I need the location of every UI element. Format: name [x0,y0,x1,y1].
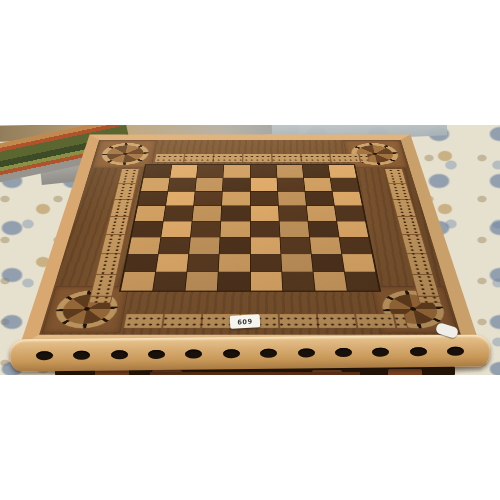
lot-number-sticker: 609 [230,314,261,329]
board-square-b6 [166,192,195,206]
edge-dot [223,349,240,358]
edge-dot [447,346,464,355]
board-square-c7 [196,178,223,191]
board-square-b3 [159,237,190,253]
board-square-b8 [170,165,197,178]
board-square-a3 [128,237,160,253]
edge-dot [148,349,165,358]
cribbage-track-right [384,169,441,303]
edge-dot [36,351,53,360]
medallion-wedges [386,295,441,325]
board-square-g2 [312,254,344,271]
board-square-e2 [250,254,281,271]
games-table-top [20,135,480,345]
cribbage-track-left [88,169,139,303]
medallion-wedges [105,145,146,162]
board-square-c8 [197,165,224,178]
board-square-c2 [188,254,219,271]
board-square-h3 [339,237,371,253]
board-square-e3 [250,237,280,253]
board-square-h6 [333,192,362,206]
board-square-a4 [132,221,163,237]
edge-dot [73,350,90,359]
board-square-f8 [276,165,303,178]
fan-medallion-icon [51,291,121,329]
board-square-g4 [308,221,338,237]
auction-photo: 609 [0,125,500,375]
board-square-b2 [156,254,188,271]
medallion-wedges [355,145,396,162]
board-square-f2 [281,254,312,271]
board-square-h4 [337,221,368,237]
board-square-d3 [220,237,250,253]
board-square-e7 [250,178,277,191]
board-square-g5 [307,206,337,221]
medallion-block-bottom-left [42,286,130,333]
board-square-e1 [250,272,281,290]
fan-medallion-icon [99,143,151,165]
board-square-e8 [250,165,276,178]
table-leg [388,369,422,375]
board-square-a7 [141,178,170,191]
edge-dot [297,348,314,357]
board-square-d5 [222,206,250,221]
fan-medallion-icon [349,143,401,165]
board-square-c6 [194,192,222,206]
board-square-f5 [279,206,308,221]
edge-dot [111,350,128,359]
board-square-h8 [328,165,356,178]
board-square-h5 [335,206,365,221]
board-square-d8 [224,165,250,178]
board-square-d6 [222,192,249,206]
board-square-c3 [189,237,219,253]
board-square-a6 [138,192,167,206]
screenshot-canvas: 609 [0,0,500,500]
edge-dot [410,347,427,356]
board-square-f1 [282,272,314,290]
board-square-g1 [313,272,346,290]
board-square-c1 [186,272,218,290]
checkerboard [119,164,381,291]
board-square-h7 [330,178,359,191]
board-square-f7 [277,178,304,191]
medallion-wedges [59,295,114,325]
table-stretcher [150,372,360,375]
medallion-block-top-right [343,140,408,168]
board-square-g6 [305,192,334,206]
board-square-g8 [302,165,329,178]
board-square-c4 [191,221,221,237]
edge-dot [335,347,352,356]
board-square-d1 [218,272,249,290]
edge-dots [10,334,490,371]
cribbage-track-bottom [123,314,408,329]
board-square-g3 [310,237,341,253]
board-square-e5 [250,206,278,221]
table-front-edge [10,334,490,371]
board-square-h2 [342,254,375,271]
edge-dot [260,348,277,357]
board-square-c5 [193,206,222,221]
medallion-block-top-left [92,140,157,168]
edge-dot [185,349,202,358]
board-square-f6 [278,192,306,206]
board-square-b4 [161,221,191,237]
board-square-a5 [135,206,165,221]
board-square-b7 [168,178,196,191]
board-square-a8 [144,165,172,178]
board-square-e6 [250,192,277,206]
board-square-d4 [221,221,250,237]
board-square-f4 [279,221,309,237]
lot-number-label: 609 [237,317,252,326]
board-square-d2 [219,254,250,271]
board-square-a1 [121,272,155,290]
board-square-f3 [280,237,310,253]
board-square-e4 [250,221,279,237]
board-square-b5 [164,206,194,221]
board-square-g7 [304,178,332,191]
board-square-b1 [153,272,186,290]
board-square-h1 [345,272,379,290]
edge-dot [372,347,389,356]
board-square-d7 [223,178,250,191]
board-square-a2 [125,254,158,271]
cribbage-track-top [154,154,369,162]
